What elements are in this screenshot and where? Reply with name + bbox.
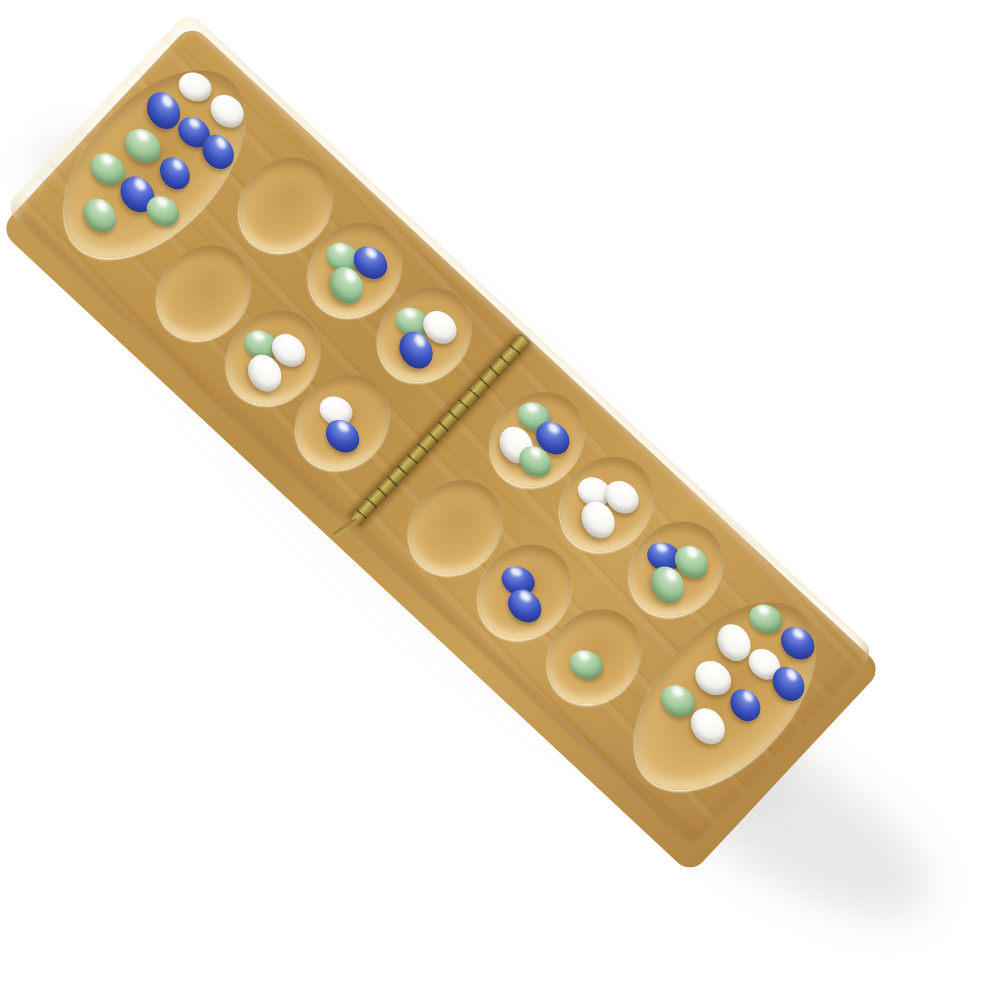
stone-white	[204, 88, 251, 134]
stone-green	[77, 192, 123, 239]
mancala-board	[4, 11, 876, 850]
stone-green	[565, 645, 608, 684]
stone-white	[173, 67, 216, 106]
stone-blue	[774, 620, 821, 666]
photo-scene	[0, 0, 1000, 1000]
stone-blue	[154, 151, 196, 195]
stone-green	[744, 599, 787, 638]
stone-blue	[724, 683, 766, 727]
